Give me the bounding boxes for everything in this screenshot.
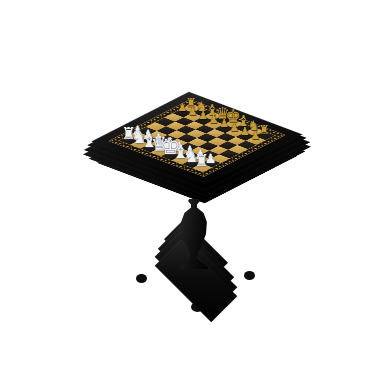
table-foot-right	[244, 271, 255, 280]
table-foot-left	[136, 274, 147, 283]
product-photo-chess-table: ♜♞♝♛♚♝♞♜♟♟♟♟♟♟♟♟♟♟♟♟♟♟♟♟♜♞♝♛♚♝♞♜	[0, 0, 385, 385]
